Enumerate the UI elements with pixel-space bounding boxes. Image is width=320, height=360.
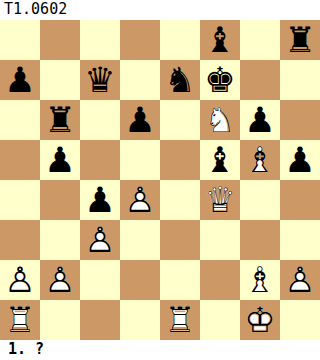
square-f6[interactable]: ♞♘: [200, 100, 240, 140]
square-a4[interactable]: [0, 180, 40, 220]
square-c2[interactable]: [80, 260, 120, 300]
square-d6[interactable]: ♟: [120, 100, 160, 140]
square-c7[interactable]: ♛: [80, 60, 120, 100]
square-g3[interactable]: [240, 220, 280, 260]
piece-white-bishop: ♗: [240, 140, 280, 180]
square-c1[interactable]: [80, 300, 120, 340]
square-b3[interactable]: [40, 220, 80, 260]
piece-black-pawn: ♟: [40, 140, 80, 180]
square-f5[interactable]: ♝: [200, 140, 240, 180]
piece-white-pawn: ♙: [0, 260, 40, 300]
square-a3[interactable]: [0, 220, 40, 260]
white-rook-fill: ♜: [0, 300, 40, 340]
square-h1[interactable]: [280, 300, 320, 340]
square-g8[interactable]: [240, 20, 280, 60]
square-a5[interactable]: [0, 140, 40, 180]
piece-black-bishop: ♝: [200, 20, 240, 60]
square-b6[interactable]: ♜: [40, 100, 80, 140]
white-bishop-fill: ♝: [240, 140, 280, 180]
square-b5[interactable]: ♟: [40, 140, 80, 180]
white-bishop-fill: ♝: [240, 260, 280, 300]
piece-white-rook: ♖: [0, 300, 40, 340]
square-h5[interactable]: ♟: [280, 140, 320, 180]
square-d4[interactable]: ♟♙: [120, 180, 160, 220]
square-d7[interactable]: [120, 60, 160, 100]
square-a1[interactable]: ♜♖: [0, 300, 40, 340]
square-h8[interactable]: ♜: [280, 20, 320, 60]
square-a7[interactable]: ♟: [0, 60, 40, 100]
square-e5[interactable]: [160, 140, 200, 180]
square-d3[interactable]: [120, 220, 160, 260]
piece-black-pawn: ♟: [240, 100, 280, 140]
square-g6[interactable]: ♟: [240, 100, 280, 140]
square-g7[interactable]: [240, 60, 280, 100]
square-d5[interactable]: [120, 140, 160, 180]
square-c8[interactable]: [80, 20, 120, 60]
piece-black-knight: ♞: [160, 60, 200, 100]
white-pawn-fill: ♟: [80, 220, 120, 260]
piece-black-pawn: ♟: [0, 60, 40, 100]
square-f2[interactable]: [200, 260, 240, 300]
square-h7[interactable]: [280, 60, 320, 100]
square-h4[interactable]: [280, 180, 320, 220]
piece-white-king: ♔: [240, 300, 280, 340]
square-g2[interactable]: ♝♗: [240, 260, 280, 300]
piece-black-rook: ♜: [280, 20, 320, 60]
square-a2[interactable]: ♟♙: [0, 260, 40, 300]
piece-black-pawn: ♟: [80, 180, 120, 220]
puzzle-id: T1.0602: [0, 0, 320, 20]
piece-white-rook: ♖: [160, 300, 200, 340]
square-d8[interactable]: [120, 20, 160, 60]
square-g5[interactable]: ♝♗: [240, 140, 280, 180]
square-b4[interactable]: [40, 180, 80, 220]
piece-black-rook: ♜: [40, 100, 80, 140]
white-king-fill: ♚: [240, 300, 280, 340]
square-c5[interactable]: [80, 140, 120, 180]
piece-white-queen: ♕: [200, 180, 240, 220]
square-h2[interactable]: ♟♙: [280, 260, 320, 300]
square-g1[interactable]: ♚♔: [240, 300, 280, 340]
piece-black-pawn: ♟: [120, 100, 160, 140]
square-d2[interactable]: [120, 260, 160, 300]
square-f4[interactable]: ♛♕: [200, 180, 240, 220]
white-pawn-fill: ♟: [280, 260, 320, 300]
square-a8[interactable]: [0, 20, 40, 60]
square-b1[interactable]: [40, 300, 80, 340]
chess-board[interactable]: ♝♜♟♛♞♚♜♟♞♘♟♟♝♝♗♟♟♟♙♛♕♟♙♟♙♟♙♝♗♟♙♜♖♜♖♚♔: [0, 20, 320, 340]
piece-white-pawn: ♙: [80, 220, 120, 260]
square-h3[interactable]: [280, 220, 320, 260]
square-g4[interactable]: [240, 180, 280, 220]
square-f1[interactable]: [200, 300, 240, 340]
square-e7[interactable]: ♞: [160, 60, 200, 100]
white-pawn-fill: ♟: [0, 260, 40, 300]
square-f8[interactable]: ♝: [200, 20, 240, 60]
square-a6[interactable]: [0, 100, 40, 140]
white-rook-fill: ♜: [160, 300, 200, 340]
piece-white-pawn: ♙: [280, 260, 320, 300]
piece-black-king: ♚: [200, 60, 240, 100]
piece-black-pawn: ♟: [280, 140, 320, 180]
square-e2[interactable]: [160, 260, 200, 300]
square-b2[interactable]: ♟♙: [40, 260, 80, 300]
square-e4[interactable]: [160, 180, 200, 220]
square-e3[interactable]: [160, 220, 200, 260]
piece-white-knight: ♘: [200, 100, 240, 140]
square-f3[interactable]: [200, 220, 240, 260]
piece-white-pawn: ♙: [40, 260, 80, 300]
piece-black-queen: ♛: [80, 60, 120, 100]
square-e6[interactable]: [160, 100, 200, 140]
square-b7[interactable]: [40, 60, 80, 100]
move-prompt: 1. ?: [0, 340, 320, 360]
square-d1[interactable]: [120, 300, 160, 340]
white-pawn-fill: ♟: [40, 260, 80, 300]
square-h6[interactable]: [280, 100, 320, 140]
square-e1[interactable]: ♜♖: [160, 300, 200, 340]
piece-white-bishop: ♗: [240, 260, 280, 300]
square-e8[interactable]: [160, 20, 200, 60]
square-c6[interactable]: [80, 100, 120, 140]
white-pawn-fill: ♟: [120, 180, 160, 220]
piece-white-pawn: ♙: [120, 180, 160, 220]
square-f7[interactable]: ♚: [200, 60, 240, 100]
white-knight-fill: ♞: [200, 100, 240, 140]
square-c3[interactable]: ♟♙: [80, 220, 120, 260]
square-b8[interactable]: [40, 20, 80, 60]
square-c4[interactable]: ♟: [80, 180, 120, 220]
white-queen-fill: ♛: [200, 180, 240, 220]
piece-black-bishop: ♝: [200, 140, 240, 180]
